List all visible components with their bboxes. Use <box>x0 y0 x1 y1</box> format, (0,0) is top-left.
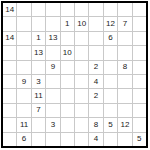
empty-cell-r4c9[interactable] <box>118 46 131 59</box>
clue-cell-r7c3: 11 <box>32 89 45 102</box>
clue-cell-r9c2: 11 <box>17 118 30 131</box>
clue-cell-r9c8: 5 <box>104 118 117 131</box>
empty-cell-r7c6[interactable] <box>75 89 88 102</box>
empty-cell-r10c8[interactable] <box>104 133 117 146</box>
empty-cell-r7c4[interactable] <box>46 89 59 102</box>
empty-cell-r3c6[interactable] <box>75 32 88 45</box>
empty-cell-r1c6[interactable] <box>75 3 88 16</box>
clue-cell-r3c1: 14 <box>3 32 16 45</box>
clue-cell-r6c7: 4 <box>89 75 102 88</box>
empty-cell-r2c4[interactable] <box>46 17 59 30</box>
empty-cell-r4c7[interactable] <box>89 46 102 59</box>
empty-cell-r1c8[interactable] <box>104 3 117 16</box>
empty-cell-r4c8[interactable] <box>104 46 117 59</box>
clue-cell-r6c2: 9 <box>17 75 30 88</box>
empty-cell-r7c5[interactable] <box>61 89 74 102</box>
empty-cell-r1c3[interactable] <box>32 3 45 16</box>
empty-cell-r10c4[interactable] <box>46 133 59 146</box>
empty-cell-r2c10[interactable] <box>133 17 146 30</box>
empty-cell-r7c2[interactable] <box>17 89 30 102</box>
empty-cell-r4c4[interactable] <box>46 46 59 59</box>
clue-cell-r2c8: 12 <box>104 17 117 30</box>
clue-cell-r2c6: 10 <box>75 17 88 30</box>
empty-cell-r1c10[interactable] <box>133 3 146 16</box>
empty-cell-r1c9[interactable] <box>118 3 131 16</box>
empty-cell-r10c3[interactable] <box>32 133 45 146</box>
empty-cell-r5c3[interactable] <box>32 61 45 74</box>
empty-cell-r8c9[interactable] <box>118 104 131 117</box>
empty-cell-r2c2[interactable] <box>17 17 30 30</box>
empty-cell-r7c1[interactable] <box>3 89 16 102</box>
empty-cell-r5c5[interactable] <box>61 61 74 74</box>
empty-cell-r6c5[interactable] <box>61 75 74 88</box>
empty-cell-r5c1[interactable] <box>3 61 16 74</box>
puzzle-board: 14110127141136131092893411271138512645 <box>1 1 148 148</box>
empty-cell-r8c7[interactable] <box>89 104 102 117</box>
clue-cell-r3c8: 6 <box>104 32 117 45</box>
clue-cell-r4c3: 13 <box>32 46 45 59</box>
empty-cell-r4c6[interactable] <box>75 46 88 59</box>
empty-cell-r7c9[interactable] <box>118 89 131 102</box>
empty-cell-r8c1[interactable] <box>3 104 16 117</box>
empty-cell-r2c7[interactable] <box>89 17 102 30</box>
empty-cell-r9c6[interactable] <box>75 118 88 131</box>
clue-cell-r7c7: 2 <box>89 89 102 102</box>
empty-cell-r8c5[interactable] <box>61 104 74 117</box>
empty-cell-r9c10[interactable] <box>133 118 146 131</box>
clue-cell-r10c2: 6 <box>17 133 30 146</box>
empty-cell-r3c9[interactable] <box>118 32 131 45</box>
empty-cell-r10c9[interactable] <box>118 133 131 146</box>
empty-cell-r5c8[interactable] <box>104 61 117 74</box>
clue-cell-r9c7: 8 <box>89 118 102 131</box>
empty-cell-r8c10[interactable] <box>133 104 146 117</box>
empty-cell-r10c6[interactable] <box>75 133 88 146</box>
empty-cell-r1c4[interactable] <box>46 3 59 16</box>
empty-cell-r4c1[interactable] <box>3 46 16 59</box>
empty-cell-r5c2[interactable] <box>17 61 30 74</box>
empty-cell-r4c2[interactable] <box>17 46 30 59</box>
empty-cell-r1c2[interactable] <box>17 3 30 16</box>
clue-cell-r1c1: 14 <box>3 3 16 16</box>
empty-cell-r9c3[interactable] <box>32 118 45 131</box>
empty-cell-r6c1[interactable] <box>3 75 16 88</box>
empty-cell-r6c4[interactable] <box>46 75 59 88</box>
clue-cell-r10c10: 5 <box>133 133 146 146</box>
clue-cell-r5c4: 9 <box>46 61 59 74</box>
clue-cell-r3c3: 1 <box>32 32 45 45</box>
empty-cell-r3c2[interactable] <box>17 32 30 45</box>
empty-cell-r6c9[interactable] <box>118 75 131 88</box>
clue-cell-r9c9: 12 <box>118 118 131 131</box>
empty-cell-r10c1[interactable] <box>3 133 16 146</box>
empty-cell-r6c6[interactable] <box>75 75 88 88</box>
clue-cell-r8c3: 7 <box>32 104 45 117</box>
empty-cell-r7c8[interactable] <box>104 89 117 102</box>
empty-cell-r3c7[interactable] <box>89 32 102 45</box>
empty-cell-r1c5[interactable] <box>61 3 74 16</box>
empty-cell-r5c10[interactable] <box>133 61 146 74</box>
empty-cell-r9c1[interactable] <box>3 118 16 131</box>
clue-cell-r9c4: 3 <box>46 118 59 131</box>
clue-cell-r6c3: 3 <box>32 75 45 88</box>
clue-cell-r10c7: 4 <box>89 133 102 146</box>
empty-cell-r3c5[interactable] <box>61 32 74 45</box>
clue-cell-r5c7: 2 <box>89 61 102 74</box>
clue-cell-r2c9: 7 <box>118 17 131 30</box>
empty-cell-r8c2[interactable] <box>17 104 30 117</box>
clue-cell-r3c4: 13 <box>46 32 59 45</box>
clue-cell-r5c9: 8 <box>118 61 131 74</box>
empty-cell-r4c10[interactable] <box>133 46 146 59</box>
empty-cell-r9c5[interactable] <box>61 118 74 131</box>
empty-cell-r6c8[interactable] <box>104 75 117 88</box>
clue-cell-r2c5: 1 <box>61 17 74 30</box>
empty-cell-r5c6[interactable] <box>75 61 88 74</box>
empty-cell-r2c1[interactable] <box>3 17 16 30</box>
clue-cell-r4c5: 10 <box>61 46 74 59</box>
empty-cell-r8c6[interactable] <box>75 104 88 117</box>
empty-cell-r2c3[interactable] <box>32 17 45 30</box>
empty-cell-r1c7[interactable] <box>89 3 102 16</box>
empty-cell-r6c10[interactable] <box>133 75 146 88</box>
empty-cell-r8c8[interactable] <box>104 104 117 117</box>
empty-cell-r8c4[interactable] <box>46 104 59 117</box>
empty-cell-r10c5[interactable] <box>61 133 74 146</box>
empty-cell-r7c10[interactable] <box>133 89 146 102</box>
empty-cell-r3c10[interactable] <box>133 32 146 45</box>
